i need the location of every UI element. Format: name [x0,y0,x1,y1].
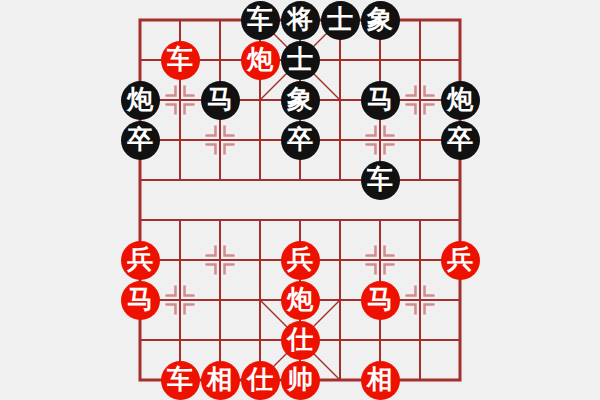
piece-label: 兵 [287,247,313,273]
piece-label: 仕 [247,367,273,393]
red-advisor[interactable]: 仕 [281,321,320,360]
piece-label: 炮 [447,87,473,113]
red-horse[interactable]: 马 [361,281,400,320]
piece-label: 马 [207,87,233,113]
piece-label: 卒 [447,127,473,153]
piece-label: 马 [127,287,153,313]
piece-label: 炮 [287,287,313,313]
xiangqi-board: 车将士象车炮士炮马象马炮卒卒卒车兵兵兵马炮马仕车相仕帅相 [0,0,600,400]
piece-label: 炮 [127,87,153,113]
black-soldier[interactable]: 卒 [441,121,480,160]
red-cannon[interactable]: 炮 [281,281,320,320]
piece-label: 兵 [447,247,473,273]
pieces-layer: 车将士象车炮士炮马象马炮卒卒卒车兵兵兵马炮马仕车相仕帅相 [0,0,600,400]
piece-label: 将 [287,7,313,33]
black-elephant[interactable]: 象 [281,81,320,120]
piece-label: 卒 [127,127,153,153]
red-soldier[interactable]: 兵 [281,241,320,280]
piece-label: 车 [247,7,273,33]
piece-label: 仕 [287,327,313,353]
piece-label: 士 [287,47,313,73]
piece-label: 马 [367,287,393,313]
piece-label: 士 [327,7,353,33]
black-general[interactable]: 将 [281,1,320,40]
black-cannon[interactable]: 炮 [441,81,480,120]
piece-label: 相 [207,367,233,393]
piece-label: 象 [287,87,313,113]
red-elephant[interactable]: 相 [201,361,240,400]
black-soldier[interactable]: 卒 [281,121,320,160]
black-cannon[interactable]: 炮 [121,81,160,120]
red-chariot[interactable]: 车 [161,41,200,80]
black-horse[interactable]: 马 [361,81,400,120]
black-chariot[interactable]: 车 [241,1,280,40]
piece-label: 马 [367,87,393,113]
piece-label: 车 [167,47,193,73]
black-advisor[interactable]: 士 [281,41,320,80]
red-chariot[interactable]: 车 [161,361,200,400]
red-elephant[interactable]: 相 [361,361,400,400]
piece-label: 车 [167,367,193,393]
red-soldier[interactable]: 兵 [121,241,160,280]
black-chariot[interactable]: 车 [361,161,400,200]
piece-label: 卒 [287,127,313,153]
red-general[interactable]: 帅 [281,361,320,400]
piece-label: 帅 [287,367,313,393]
red-horse[interactable]: 马 [121,281,160,320]
red-advisor[interactable]: 仕 [241,361,280,400]
black-soldier[interactable]: 卒 [121,121,160,160]
piece-label: 炮 [247,47,273,73]
piece-label: 兵 [127,247,153,273]
piece-label: 相 [367,367,393,393]
black-advisor[interactable]: 士 [321,1,360,40]
red-cannon[interactable]: 炮 [241,41,280,80]
piece-label: 象 [367,7,393,33]
black-horse[interactable]: 马 [201,81,240,120]
red-soldier[interactable]: 兵 [441,241,480,280]
black-elephant[interactable]: 象 [361,1,400,40]
piece-label: 车 [367,167,393,193]
